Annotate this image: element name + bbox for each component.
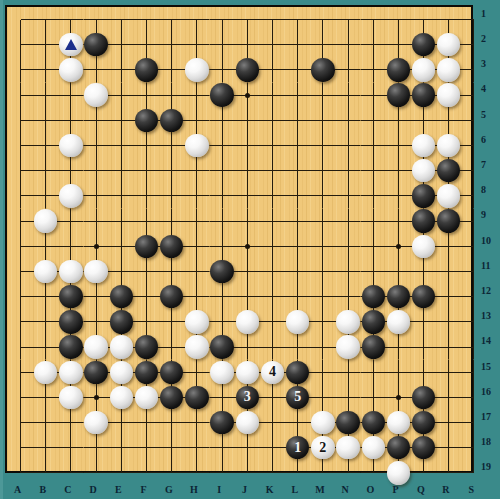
- intersection-Q14[interactable]: [411, 334, 436, 359]
- intersection-C10[interactable]: [58, 234, 83, 259]
- intersection-C14[interactable]: [58, 334, 83, 359]
- intersection-F12[interactable]: [134, 284, 159, 309]
- intersection-J19[interactable]: [235, 460, 260, 485]
- intersection-M10[interactable]: [310, 234, 335, 259]
- intersection-O7[interactable]: [361, 158, 386, 183]
- intersection-D18[interactable]: [84, 435, 109, 460]
- intersection-F4[interactable]: [134, 83, 159, 108]
- intersection-R11[interactable]: [436, 259, 461, 284]
- intersection-L7[interactable]: [285, 158, 310, 183]
- intersection-B17[interactable]: [33, 410, 58, 435]
- intersection-P12[interactable]: [386, 284, 411, 309]
- intersection-M2[interactable]: [310, 32, 335, 57]
- intersection-E13[interactable]: [109, 309, 134, 334]
- intersection-K7[interactable]: [260, 158, 285, 183]
- intersection-H1[interactable]: [184, 7, 209, 32]
- intersection-P1[interactable]: [386, 7, 411, 32]
- intersection-J8[interactable]: [235, 183, 260, 208]
- intersection-F5[interactable]: [134, 108, 159, 133]
- intersection-C7[interactable]: [58, 158, 83, 183]
- intersection-B6[interactable]: [33, 133, 58, 158]
- intersection-J6[interactable]: [235, 133, 260, 158]
- intersection-N14[interactable]: [335, 334, 360, 359]
- intersection-Q6[interactable]: [411, 133, 436, 158]
- intersection-J11[interactable]: [235, 259, 260, 284]
- intersection-R17[interactable]: [436, 410, 461, 435]
- intersection-C15[interactable]: [58, 360, 83, 385]
- intersection-P8[interactable]: [386, 183, 411, 208]
- intersection-I14[interactable]: [210, 334, 235, 359]
- intersection-N19[interactable]: [335, 460, 360, 485]
- intersection-N8[interactable]: [335, 183, 360, 208]
- intersection-K19[interactable]: [260, 460, 285, 485]
- intersection-R8[interactable]: [436, 183, 461, 208]
- intersection-F14[interactable]: [134, 334, 159, 359]
- intersection-L16[interactable]: 5: [285, 385, 310, 410]
- intersection-N2[interactable]: [335, 32, 360, 57]
- intersection-H10[interactable]: [184, 234, 209, 259]
- intersection-C4[interactable]: [58, 83, 83, 108]
- intersection-J2[interactable]: [235, 32, 260, 57]
- intersection-D19[interactable]: [84, 460, 109, 485]
- intersection-F10[interactable]: [134, 234, 159, 259]
- intersection-F15[interactable]: [134, 360, 159, 385]
- intersection-O6[interactable]: [361, 133, 386, 158]
- intersection-M3[interactable]: [310, 57, 335, 82]
- intersection-D15[interactable]: [84, 360, 109, 385]
- intersection-E19[interactable]: [109, 460, 134, 485]
- intersection-J7[interactable]: [235, 158, 260, 183]
- intersection-I9[interactable]: [210, 209, 235, 234]
- intersection-O15[interactable]: [361, 360, 386, 385]
- intersection-P7[interactable]: [386, 158, 411, 183]
- intersection-C16[interactable]: [58, 385, 83, 410]
- intersection-P6[interactable]: [386, 133, 411, 158]
- intersection-A6[interactable]: [8, 133, 33, 158]
- intersection-K8[interactable]: [260, 183, 285, 208]
- intersection-H7[interactable]: [184, 158, 209, 183]
- intersection-L8[interactable]: [285, 183, 310, 208]
- intersection-D16[interactable]: [84, 385, 109, 410]
- intersection-L2[interactable]: [285, 32, 310, 57]
- intersection-E15[interactable]: [109, 360, 134, 385]
- intersection-G11[interactable]: [159, 259, 184, 284]
- intersection-R16[interactable]: [436, 385, 461, 410]
- intersection-L11[interactable]: [285, 259, 310, 284]
- intersection-R10[interactable]: [436, 234, 461, 259]
- intersection-R7[interactable]: [436, 158, 461, 183]
- intersection-B8[interactable]: [33, 183, 58, 208]
- intersection-O8[interactable]: [361, 183, 386, 208]
- intersection-N10[interactable]: [335, 234, 360, 259]
- intersection-O9[interactable]: [361, 209, 386, 234]
- intersection-L15[interactable]: [285, 360, 310, 385]
- intersection-C2[interactable]: [58, 32, 83, 57]
- intersection-G2[interactable]: [159, 32, 184, 57]
- intersection-E14[interactable]: [109, 334, 134, 359]
- intersection-G14[interactable]: [159, 334, 184, 359]
- intersection-K16[interactable]: [260, 385, 285, 410]
- intersection-L5[interactable]: [285, 108, 310, 133]
- intersection-G3[interactable]: [159, 57, 184, 82]
- intersection-A19[interactable]: [8, 460, 33, 485]
- intersection-Q17[interactable]: [411, 410, 436, 435]
- intersection-G16[interactable]: [159, 385, 184, 410]
- intersection-E10[interactable]: [109, 234, 134, 259]
- intersection-O2[interactable]: [361, 32, 386, 57]
- intersection-N7[interactable]: [335, 158, 360, 183]
- intersection-K15[interactable]: 4: [260, 360, 285, 385]
- intersection-D4[interactable]: [84, 83, 109, 108]
- intersection-D2[interactable]: [84, 32, 109, 57]
- intersection-D6[interactable]: [84, 133, 109, 158]
- intersection-I15[interactable]: [210, 360, 235, 385]
- intersection-A8[interactable]: [8, 183, 33, 208]
- intersection-K3[interactable]: [260, 57, 285, 82]
- intersection-C11[interactable]: [58, 259, 83, 284]
- intersection-B4[interactable]: [33, 83, 58, 108]
- intersection-J15[interactable]: [235, 360, 260, 385]
- intersection-F16[interactable]: [134, 385, 159, 410]
- intersection-G1[interactable]: [159, 7, 184, 32]
- intersection-M1[interactable]: [310, 7, 335, 32]
- intersection-H18[interactable]: [184, 435, 209, 460]
- intersection-R6[interactable]: [436, 133, 461, 158]
- intersection-I8[interactable]: [210, 183, 235, 208]
- intersection-K6[interactable]: [260, 133, 285, 158]
- intersection-M4[interactable]: [310, 83, 335, 108]
- intersection-G17[interactable]: [159, 410, 184, 435]
- intersection-J17[interactable]: [235, 410, 260, 435]
- intersection-E3[interactable]: [109, 57, 134, 82]
- intersection-B3[interactable]: [33, 57, 58, 82]
- intersection-M15[interactable]: [310, 360, 335, 385]
- intersection-L9[interactable]: [285, 209, 310, 234]
- intersection-P13[interactable]: [386, 309, 411, 334]
- intersection-N9[interactable]: [335, 209, 360, 234]
- intersection-P14[interactable]: [386, 334, 411, 359]
- intersection-Q13[interactable]: [411, 309, 436, 334]
- intersection-G15[interactable]: [159, 360, 184, 385]
- intersection-J3[interactable]: [235, 57, 260, 82]
- intersection-E12[interactable]: [109, 284, 134, 309]
- intersection-O1[interactable]: [361, 7, 386, 32]
- intersection-J12[interactable]: [235, 284, 260, 309]
- intersection-B11[interactable]: [33, 259, 58, 284]
- intersection-A11[interactable]: [8, 259, 33, 284]
- intersection-O3[interactable]: [361, 57, 386, 82]
- intersection-I6[interactable]: [210, 133, 235, 158]
- intersection-D1[interactable]: [84, 7, 109, 32]
- intersection-O18[interactable]: [361, 435, 386, 460]
- intersection-N16[interactable]: [335, 385, 360, 410]
- intersection-R3[interactable]: [436, 57, 461, 82]
- intersection-K2[interactable]: [260, 32, 285, 57]
- intersection-F19[interactable]: [134, 460, 159, 485]
- intersection-N18[interactable]: [335, 435, 360, 460]
- intersection-E6[interactable]: [109, 133, 134, 158]
- intersection-L18[interactable]: 1: [285, 435, 310, 460]
- intersection-B9[interactable]: [33, 209, 58, 234]
- intersection-J13[interactable]: [235, 309, 260, 334]
- intersection-K4[interactable]: [260, 83, 285, 108]
- intersection-Q10[interactable]: [411, 234, 436, 259]
- intersection-I2[interactable]: [210, 32, 235, 57]
- intersection-B2[interactable]: [33, 32, 58, 57]
- intersection-I5[interactable]: [210, 108, 235, 133]
- intersection-O17[interactable]: [361, 410, 386, 435]
- intersection-Q19[interactable]: [411, 460, 436, 485]
- intersection-A17[interactable]: [8, 410, 33, 435]
- intersection-G5[interactable]: [159, 108, 184, 133]
- intersection-J14[interactable]: [235, 334, 260, 359]
- intersection-I16[interactable]: [210, 385, 235, 410]
- intersection-G12[interactable]: [159, 284, 184, 309]
- intersection-O16[interactable]: [361, 385, 386, 410]
- intersection-O19[interactable]: [361, 460, 386, 485]
- intersection-K1[interactable]: [260, 7, 285, 32]
- intersection-L13[interactable]: [285, 309, 310, 334]
- intersection-R4[interactable]: [436, 83, 461, 108]
- intersection-N17[interactable]: [335, 410, 360, 435]
- intersection-I13[interactable]: [210, 309, 235, 334]
- intersection-C18[interactable]: [58, 435, 83, 460]
- intersection-K17[interactable]: [260, 410, 285, 435]
- intersection-G18[interactable]: [159, 435, 184, 460]
- intersection-Q16[interactable]: [411, 385, 436, 410]
- intersection-E16[interactable]: [109, 385, 134, 410]
- intersection-E9[interactable]: [109, 209, 134, 234]
- intersection-Q18[interactable]: [411, 435, 436, 460]
- intersection-F18[interactable]: [134, 435, 159, 460]
- intersection-F8[interactable]: [134, 183, 159, 208]
- intersection-D10[interactable]: [84, 234, 109, 259]
- intersection-G9[interactable]: [159, 209, 184, 234]
- intersection-P5[interactable]: [386, 108, 411, 133]
- intersection-C5[interactable]: [58, 108, 83, 133]
- intersection-F11[interactable]: [134, 259, 159, 284]
- intersection-A12[interactable]: [8, 284, 33, 309]
- intersection-P16[interactable]: [386, 385, 411, 410]
- intersection-O14[interactable]: [361, 334, 386, 359]
- intersection-D11[interactable]: [84, 259, 109, 284]
- intersection-H5[interactable]: [184, 108, 209, 133]
- intersection-B15[interactable]: [33, 360, 58, 385]
- intersection-A3[interactable]: [8, 57, 33, 82]
- intersection-F7[interactable]: [134, 158, 159, 183]
- intersection-H8[interactable]: [184, 183, 209, 208]
- intersection-R18[interactable]: [436, 435, 461, 460]
- intersection-P18[interactable]: [386, 435, 411, 460]
- intersection-A14[interactable]: [8, 334, 33, 359]
- intersection-J16[interactable]: 3: [235, 385, 260, 410]
- intersection-F2[interactable]: [134, 32, 159, 57]
- intersection-F1[interactable]: [134, 7, 159, 32]
- intersection-N4[interactable]: [335, 83, 360, 108]
- intersection-C9[interactable]: [58, 209, 83, 234]
- intersection-C1[interactable]: [58, 7, 83, 32]
- intersection-A5[interactable]: [8, 108, 33, 133]
- intersection-I17[interactable]: [210, 410, 235, 435]
- intersection-G19[interactable]: [159, 460, 184, 485]
- intersection-G13[interactable]: [159, 309, 184, 334]
- intersection-C6[interactable]: [58, 133, 83, 158]
- intersection-P9[interactable]: [386, 209, 411, 234]
- intersection-H15[interactable]: [184, 360, 209, 385]
- intersection-K5[interactable]: [260, 108, 285, 133]
- intersection-C17[interactable]: [58, 410, 83, 435]
- intersection-L19[interactable]: [285, 460, 310, 485]
- intersection-M18[interactable]: 2: [310, 435, 335, 460]
- intersection-D3[interactable]: [84, 57, 109, 82]
- intersection-H11[interactable]: [184, 259, 209, 284]
- intersection-A4[interactable]: [8, 83, 33, 108]
- intersection-D7[interactable]: [84, 158, 109, 183]
- intersection-O11[interactable]: [361, 259, 386, 284]
- intersection-K14[interactable]: [260, 334, 285, 359]
- intersection-A10[interactable]: [8, 234, 33, 259]
- intersection-H16[interactable]: [184, 385, 209, 410]
- intersection-I4[interactable]: [210, 83, 235, 108]
- intersection-J1[interactable]: [235, 7, 260, 32]
- intersection-H19[interactable]: [184, 460, 209, 485]
- intersection-R14[interactable]: [436, 334, 461, 359]
- intersection-I3[interactable]: [210, 57, 235, 82]
- intersection-H17[interactable]: [184, 410, 209, 435]
- intersection-D12[interactable]: [84, 284, 109, 309]
- intersection-N13[interactable]: [335, 309, 360, 334]
- intersection-C3[interactable]: [58, 57, 83, 82]
- intersection-Q5[interactable]: [411, 108, 436, 133]
- intersection-L3[interactable]: [285, 57, 310, 82]
- intersection-L1[interactable]: [285, 7, 310, 32]
- intersection-D9[interactable]: [84, 209, 109, 234]
- intersection-F6[interactable]: [134, 133, 159, 158]
- intersection-Q12[interactable]: [411, 284, 436, 309]
- intersection-P17[interactable]: [386, 410, 411, 435]
- intersection-C13[interactable]: [58, 309, 83, 334]
- intersection-N1[interactable]: [335, 7, 360, 32]
- intersection-P15[interactable]: [386, 360, 411, 385]
- intersection-P19[interactable]: [386, 460, 411, 485]
- intersection-K11[interactable]: [260, 259, 285, 284]
- intersection-I7[interactable]: [210, 158, 235, 183]
- intersection-L6[interactable]: [285, 133, 310, 158]
- intersection-O10[interactable]: [361, 234, 386, 259]
- intersection-B13[interactable]: [33, 309, 58, 334]
- intersection-K12[interactable]: [260, 284, 285, 309]
- intersection-E1[interactable]: [109, 7, 134, 32]
- intersection-Q4[interactable]: [411, 83, 436, 108]
- intersection-H13[interactable]: [184, 309, 209, 334]
- intersection-R15[interactable]: [436, 360, 461, 385]
- intersection-R19[interactable]: [436, 460, 461, 485]
- intersection-F9[interactable]: [134, 209, 159, 234]
- intersection-E17[interactable]: [109, 410, 134, 435]
- intersection-B5[interactable]: [33, 108, 58, 133]
- intersection-N15[interactable]: [335, 360, 360, 385]
- intersection-I19[interactable]: [210, 460, 235, 485]
- intersection-H6[interactable]: [184, 133, 209, 158]
- intersection-H3[interactable]: [184, 57, 209, 82]
- intersection-R13[interactable]: [436, 309, 461, 334]
- intersection-P11[interactable]: [386, 259, 411, 284]
- intersection-Q9[interactable]: [411, 209, 436, 234]
- intersection-B12[interactable]: [33, 284, 58, 309]
- intersection-O13[interactable]: [361, 309, 386, 334]
- intersection-O12[interactable]: [361, 284, 386, 309]
- intersection-B14[interactable]: [33, 334, 58, 359]
- intersection-B18[interactable]: [33, 435, 58, 460]
- intersection-M6[interactable]: [310, 133, 335, 158]
- intersection-Q11[interactable]: [411, 259, 436, 284]
- intersection-A13[interactable]: [8, 309, 33, 334]
- intersection-A2[interactable]: [8, 32, 33, 57]
- intersection-M16[interactable]: [310, 385, 335, 410]
- intersection-Q3[interactable]: [411, 57, 436, 82]
- intersection-C8[interactable]: [58, 183, 83, 208]
- intersection-O5[interactable]: [361, 108, 386, 133]
- intersection-M8[interactable]: [310, 183, 335, 208]
- intersection-R2[interactable]: [436, 32, 461, 57]
- intersection-D17[interactable]: [84, 410, 109, 435]
- intersection-C12[interactable]: [58, 284, 83, 309]
- intersection-R5[interactable]: [436, 108, 461, 133]
- intersection-P3[interactable]: [386, 57, 411, 82]
- intersection-H14[interactable]: [184, 334, 209, 359]
- intersection-I12[interactable]: [210, 284, 235, 309]
- intersection-K18[interactable]: [260, 435, 285, 460]
- intersection-E8[interactable]: [109, 183, 134, 208]
- intersection-E18[interactable]: [109, 435, 134, 460]
- intersection-J18[interactable]: [235, 435, 260, 460]
- intersection-L17[interactable]: [285, 410, 310, 435]
- intersection-L14[interactable]: [285, 334, 310, 359]
- intersection-B16[interactable]: [33, 385, 58, 410]
- intersection-M9[interactable]: [310, 209, 335, 234]
- intersection-F13[interactable]: [134, 309, 159, 334]
- intersection-R12[interactable]: [436, 284, 461, 309]
- intersection-I11[interactable]: [210, 259, 235, 284]
- intersection-B19[interactable]: [33, 460, 58, 485]
- intersection-F17[interactable]: [134, 410, 159, 435]
- intersection-N11[interactable]: [335, 259, 360, 284]
- intersection-M19[interactable]: [310, 460, 335, 485]
- intersection-A1[interactable]: [8, 7, 33, 32]
- intersection-J10[interactable]: [235, 234, 260, 259]
- intersection-N6[interactable]: [335, 133, 360, 158]
- intersection-L10[interactable]: [285, 234, 310, 259]
- intersection-M11[interactable]: [310, 259, 335, 284]
- intersection-P10[interactable]: [386, 234, 411, 259]
- intersection-A9[interactable]: [8, 209, 33, 234]
- intersection-G7[interactable]: [159, 158, 184, 183]
- intersection-O4[interactable]: [361, 83, 386, 108]
- intersection-K13[interactable]: [260, 309, 285, 334]
- intersection-G10[interactable]: [159, 234, 184, 259]
- intersection-I10[interactable]: [210, 234, 235, 259]
- intersection-F3[interactable]: [134, 57, 159, 82]
- intersection-E7[interactable]: [109, 158, 134, 183]
- intersection-M14[interactable]: [310, 334, 335, 359]
- intersection-G4[interactable]: [159, 83, 184, 108]
- intersection-Q8[interactable]: [411, 183, 436, 208]
- intersection-N5[interactable]: [335, 108, 360, 133]
- intersection-R9[interactable]: [436, 209, 461, 234]
- intersection-A18[interactable]: [8, 435, 33, 460]
- intersection-H4[interactable]: [184, 83, 209, 108]
- intersection-P2[interactable]: [386, 32, 411, 57]
